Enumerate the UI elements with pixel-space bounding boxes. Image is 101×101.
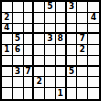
cell-r5c6[interactable] — [56, 45, 67, 56]
cell-r8c4: 2 — [34, 77, 45, 88]
cell-r5c4[interactable] — [34, 45, 45, 56]
cell-r7c2: 3 — [13, 67, 24, 78]
cell-r9c8[interactable] — [77, 88, 88, 99]
cell-r8c9[interactable] — [88, 77, 99, 88]
cell-r1c7: 3 — [67, 2, 78, 13]
cell-r2c5[interactable] — [45, 13, 56, 24]
cell-r9c7[interactable] — [67, 88, 78, 99]
cell-r8c8[interactable] — [77, 77, 88, 88]
cell-r7c7: 5 — [67, 67, 78, 78]
cell-r9c5[interactable] — [45, 88, 56, 99]
cell-r9c3[interactable] — [24, 88, 35, 99]
cell-r6c5[interactable] — [45, 56, 56, 67]
cell-r7c9[interactable] — [88, 67, 99, 78]
cell-r1c8[interactable] — [77, 2, 88, 13]
cell-r4c9[interactable] — [88, 34, 99, 45]
cell-r1c9[interactable] — [88, 2, 99, 13]
cell-r1c2[interactable] — [13, 2, 24, 13]
cell-r4c3[interactable] — [24, 34, 35, 45]
cell-r4c7[interactable] — [67, 34, 78, 45]
cell-r2c6[interactable] — [56, 13, 67, 24]
cell-r8c6[interactable] — [56, 77, 67, 88]
cell-r9c1[interactable] — [2, 88, 13, 99]
cell-r1c4[interactable] — [34, 2, 45, 13]
cell-r5c8: 2 — [77, 45, 88, 56]
cell-r8c2[interactable] — [13, 77, 24, 88]
sudoku-board: 53244538716237521 — [0, 0, 101, 101]
cell-r4c4[interactable] — [34, 34, 45, 45]
cell-r6c7[interactable] — [67, 56, 78, 67]
cell-r4c6: 8 — [56, 34, 67, 45]
cell-r6c6[interactable] — [56, 56, 67, 67]
cell-r5c5[interactable] — [45, 45, 56, 56]
cell-r3c7[interactable] — [67, 24, 78, 35]
cell-r5c7[interactable] — [67, 45, 78, 56]
cell-r2c7[interactable] — [67, 13, 78, 24]
cell-r1c1[interactable] — [2, 2, 13, 13]
cell-r2c4[interactable] — [34, 13, 45, 24]
cell-r2c9: 4 — [88, 13, 99, 24]
cell-r7c4[interactable] — [34, 67, 45, 78]
cell-r7c5[interactable] — [45, 67, 56, 78]
cell-r1c3[interactable] — [24, 2, 35, 13]
cell-r6c1[interactable] — [2, 56, 13, 67]
cell-r5c9[interactable] — [88, 45, 99, 56]
cell-r6c2[interactable] — [13, 56, 24, 67]
cell-r6c8[interactable] — [77, 56, 88, 67]
cell-r3c3[interactable] — [24, 24, 35, 35]
cell-r5c1: 1 — [2, 45, 13, 56]
cell-r6c3[interactable] — [24, 56, 35, 67]
cell-r7c8[interactable] — [77, 67, 88, 78]
cell-r2c8[interactable] — [77, 13, 88, 24]
cell-r1c5: 5 — [45, 2, 56, 13]
cell-r7c6[interactable] — [56, 67, 67, 78]
cell-r2c3[interactable] — [24, 13, 35, 24]
cell-r3c1: 4 — [2, 24, 13, 35]
cell-r8c7[interactable] — [67, 77, 78, 88]
cell-r4c1[interactable] — [2, 34, 13, 45]
cell-r2c1: 2 — [2, 13, 13, 24]
cell-r9c2[interactable] — [13, 88, 24, 99]
cell-r9c9[interactable] — [88, 88, 99, 99]
cell-r4c2: 5 — [13, 34, 24, 45]
cell-r3c2[interactable] — [13, 24, 24, 35]
cell-r8c3[interactable] — [24, 77, 35, 88]
cell-r3c5[interactable] — [45, 24, 56, 35]
cell-r2c2[interactable] — [13, 13, 24, 24]
cell-r6c4[interactable] — [34, 56, 45, 67]
cell-r4c5: 3 — [45, 34, 56, 45]
cell-r9c4[interactable] — [34, 88, 45, 99]
cell-r1c6[interactable] — [56, 2, 67, 13]
cell-r5c2: 6 — [13, 45, 24, 56]
cell-r4c8: 7 — [77, 34, 88, 45]
cell-r7c1[interactable] — [2, 67, 13, 78]
cell-r6c9[interactable] — [88, 56, 99, 67]
cell-r3c9[interactable] — [88, 24, 99, 35]
cell-r3c8[interactable] — [77, 24, 88, 35]
cell-r9c6: 1 — [56, 88, 67, 99]
cell-r3c4[interactable] — [34, 24, 45, 35]
cell-r3c6[interactable] — [56, 24, 67, 35]
cell-r5c3[interactable] — [24, 45, 35, 56]
cell-r7c3: 7 — [24, 67, 35, 78]
cell-r8c1[interactable] — [2, 77, 13, 88]
cell-r8c5[interactable] — [45, 77, 56, 88]
